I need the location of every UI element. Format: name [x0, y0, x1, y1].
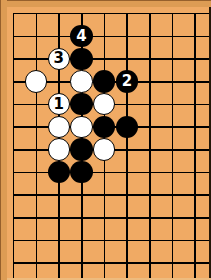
stone-black-c4r3	[70, 48, 93, 71]
stone-white-c5r5	[93, 93, 116, 116]
board-clipped-right-edge	[209, 0, 211, 280]
stone-black-c5r6	[93, 116, 116, 139]
stone-black-c4r2-move-4: 4	[70, 25, 93, 48]
stone-black-c4r8	[70, 161, 93, 184]
stone-white-c2r4	[25, 70, 48, 93]
stone-black-c4r5	[70, 93, 93, 116]
stone-black-c6r6	[116, 116, 139, 139]
stone-black-c4r7	[70, 138, 93, 161]
stone-white-c3r5-move-1: 1	[48, 93, 71, 116]
stone-white-c3r3-move-3: 3	[48, 48, 71, 71]
stone-black-c3r8	[48, 161, 71, 184]
board-frame-top	[0, 0, 211, 7]
board-frame-left	[0, 0, 7, 280]
stone-white-c3r7	[48, 138, 71, 161]
stone-white-c5r7	[93, 138, 116, 161]
stone-black-c5r4	[93, 70, 116, 93]
board-grid: 4321	[2, 2, 206, 274]
stone-white-c3r6	[48, 116, 71, 139]
stone-black-c6r4-move-2: 2	[116, 70, 139, 93]
go-board: 4321	[0, 0, 211, 280]
stone-white-c4r4	[70, 70, 93, 93]
stone-white-c4r6	[70, 116, 93, 139]
